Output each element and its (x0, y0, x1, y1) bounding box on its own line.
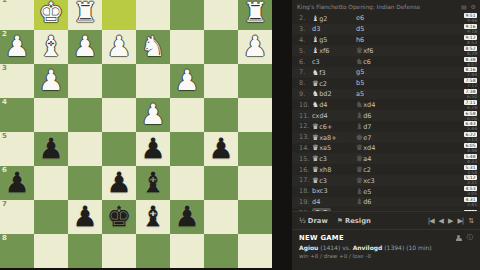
move-row: 14.♛xa5♛xd46:054:46 (292, 143, 480, 154)
move-number: 7. (292, 68, 312, 76)
black-pawn: ♟ (170, 200, 204, 234)
black-clock-time: 6:24 (464, 105, 477, 110)
move-number: 16. (292, 166, 312, 174)
black-queen-icon: ♛ (356, 46, 363, 55)
white-queen-icon: ♛ (312, 133, 319, 142)
rank-label-6: 6 (2, 167, 7, 174)
san-text: bd2 (319, 90, 331, 98)
square-h2[interactable]: 2♟ (0, 30, 34, 64)
chess-board[interactable]: 1♚♜♜2♟♝♟♟♞♟3♟♟4♟5♟♟♟6♟♟♝7♟♚♝♟8 (0, 0, 272, 268)
move-row: 2.♝g2e69:519:46 (292, 13, 480, 24)
san-text: c3 (319, 155, 327, 163)
game-controls: ½ Draw ⚑ Resign |◀◀▶▶|⇅ (292, 211, 480, 229)
black-move[interactable]: b5 (356, 79, 400, 87)
footer-icons: ⓘ (456, 234, 474, 241)
square-d5[interactable]: ♟ (136, 132, 170, 166)
white-knight-icon: ♞ (312, 89, 319, 98)
white-bishop-icon: ♝ (312, 46, 319, 55)
san-text: a4 (363, 155, 371, 163)
move-clock-times: 9:169:18 (464, 24, 480, 34)
white-move[interactable]: ♞bd2 (312, 89, 356, 98)
square-f7[interactable]: ♟ (68, 200, 102, 234)
black-move[interactable]: ♛xd4 (356, 143, 400, 152)
square-e3[interactable] (102, 64, 136, 98)
black-move[interactable]: g5 (356, 68, 400, 76)
opening-name: King's Fianchetto Opening: Indian Defens… (297, 4, 420, 10)
black-clock-time: 7:44 (464, 72, 477, 77)
rank-label-4: 4 (2, 99, 7, 106)
square-h1[interactable]: 1 (0, 0, 34, 30)
vs-label: vs. (342, 244, 351, 251)
move-clock-times: 5:123:31 (464, 175, 480, 185)
black-pawn: ♟ (136, 132, 170, 166)
white-bishop-icon: ♝ (312, 14, 319, 23)
move-number: 10. (292, 101, 312, 109)
info-icon[interactable]: ⓘ (467, 234, 474, 241)
square-g4[interactable] (34, 98, 68, 132)
matchup-line: Agiou (1414) vs. Anvilogd (1394) (10 min… (299, 244, 473, 251)
white-move[interactable]: d3 (312, 25, 356, 33)
move-row: 19.d4♝d64:312:41 (292, 197, 480, 208)
black-clock-time: 2:41 (464, 202, 477, 207)
white-player-name[interactable]: Agiou (299, 244, 318, 251)
square-a2[interactable]: ♟ (238, 30, 272, 64)
move-number: 19. (292, 198, 312, 206)
black-clock-time: 8:53 (464, 40, 477, 45)
black-knight-icon: ♞ (356, 100, 363, 109)
black-bishop-icon: ♝ (356, 187, 363, 196)
black-bishop-icon: ♝ (356, 111, 363, 120)
black-clock-time: 6:50 (464, 94, 477, 99)
square-h5[interactable]: 5 (0, 132, 34, 166)
white-move[interactable]: ♛c6+ (312, 122, 356, 131)
square-d4[interactable]: ♟ (136, 98, 170, 132)
square-e5[interactable] (102, 132, 136, 166)
san-text: d4 (319, 101, 327, 109)
black-move[interactable]: ♝d6 (356, 197, 400, 206)
move-clock-times: 7:587:12 (464, 78, 480, 88)
black-queen-icon: ♛ (356, 176, 363, 185)
san-text: f3 (319, 69, 325, 77)
move-navigation: |◀◀▶▶|⇅ (428, 217, 473, 225)
move-row: 6.c3♞c68:388:07 (292, 56, 480, 67)
rank-label-7: 7 (2, 201, 7, 208)
move-list[interactable]: 2.♝g2e69:519:463.d3d59:169:184.♝g5h69:12… (292, 12, 480, 211)
black-bishop: ♝ (136, 166, 170, 200)
san-text: xd4 (363, 144, 375, 152)
san-text: xa8+ (319, 134, 336, 142)
white-move[interactable]: ♞d4 (312, 100, 356, 109)
move-row: 4.♝g5h69:128:53 (292, 35, 480, 46)
move-number: 9. (292, 90, 312, 98)
white-king: ♚ (34, 0, 68, 30)
flip-board-icon[interactable]: ⇅ (468, 217, 473, 225)
square-b4[interactable] (204, 98, 238, 132)
san-text: d7 (363, 123, 371, 131)
black-move[interactable]: ♝e5 (356, 187, 400, 196)
half-point-icon: ½ (299, 217, 306, 225)
black-clock-time: 7:12 (464, 83, 477, 88)
move-number: 2. (292, 14, 312, 22)
move-number: 4. (292, 36, 312, 44)
white-queen-icon: ♛ (312, 165, 319, 174)
white-bishop: ♝ (34, 30, 68, 64)
rank-label-1: 1 (2, 0, 7, 4)
square-c3[interactable]: ♟ (170, 64, 204, 98)
move-row: 11.cxd4♝d66:586:06 (292, 110, 480, 121)
square-b2[interactable] (204, 30, 238, 64)
square-a3[interactable] (238, 64, 272, 98)
square-e2[interactable]: ♟ (102, 30, 136, 64)
san-text: d3 (312, 25, 320, 33)
move-clock-times: 6:586:06 (464, 111, 480, 121)
white-knight-icon: ♞ (312, 100, 319, 109)
rating-stakes: win +8 / draw +0 / lose -8 (299, 253, 473, 259)
move-clock-times: 5:313:58 (464, 165, 480, 175)
move-number: 17. (292, 176, 312, 184)
black-clock-time: 4:46 (464, 148, 477, 153)
black-clock-time: 9:18 (464, 29, 477, 34)
san-text: c6 (363, 58, 371, 66)
game-panel: King's Fianchetto Opening: Indian Defens… (292, 0, 480, 270)
square-g2[interactable]: ♝ (34, 30, 68, 64)
square-b3[interactable] (204, 64, 238, 98)
square-a6[interactable] (238, 166, 272, 200)
square-g5[interactable]: ♟ (34, 132, 68, 166)
move-number: 3. (292, 25, 312, 33)
san-text: g2 (319, 15, 327, 23)
move-row: 9.♞bd2a57:386:50 (292, 89, 480, 100)
square-f4[interactable] (68, 98, 102, 132)
move-row: 5.♝xf6♛xf68:528:29 (292, 45, 480, 56)
go-last-icon[interactable]: ▶| (457, 217, 463, 225)
white-move[interactable]: ♛c3 (312, 176, 356, 185)
san-text: bxc3 (312, 187, 328, 195)
white-pawn: ♟ (68, 30, 102, 64)
go-prev-icon[interactable]: ◀ (439, 217, 443, 225)
draw-button[interactable]: ½ Draw (299, 217, 328, 225)
black-move[interactable]: ♝d7 (356, 122, 400, 131)
go-next-icon[interactable]: ▶ (448, 217, 452, 225)
white-move[interactable]: ♞f3 (312, 68, 356, 77)
move-clock-times: 8:528:29 (464, 46, 480, 56)
black-queen-icon: ♛ (356, 143, 363, 152)
move-number: 11. (292, 112, 312, 120)
white-pawn: ♟ (34, 64, 68, 98)
rank-label-8: 8 (2, 235, 7, 242)
square-f8[interactable] (68, 234, 102, 268)
white-pawn: ♟ (102, 30, 136, 64)
black-move[interactable]: ♛a4 (356, 154, 400, 163)
san-text: h6 (356, 36, 364, 44)
rank-label-5: 5 (2, 133, 7, 140)
white-knight: ♞ (136, 30, 170, 64)
resign-button-label: Resign (345, 217, 371, 225)
white-move[interactable]: ♝g5 (312, 35, 356, 44)
black-king: ♚ (102, 200, 136, 234)
move-clock-times: 4:312:41 (464, 197, 480, 207)
square-e8[interactable] (102, 234, 136, 268)
san-text: a5 (356, 90, 364, 98)
black-move[interactable]: ♚e7 (356, 133, 400, 142)
square-c1[interactable] (170, 0, 204, 30)
move-number: 18. (292, 187, 312, 195)
move-clock-times: 7:386:50 (464, 89, 480, 99)
move-number: 5. (292, 47, 312, 55)
move-clock-times: 9:519:46 (464, 13, 480, 23)
square-a1[interactable]: ♜ (238, 0, 272, 30)
san-text: g5 (319, 36, 327, 44)
black-clock-time: 3:05 (464, 191, 477, 196)
black-move[interactable]: ♝d6 (356, 111, 400, 120)
square-c6[interactable] (170, 166, 204, 200)
black-knight-icon: ♞ (356, 57, 363, 66)
square-c2[interactable] (170, 30, 204, 64)
header-icons: ▤⚙ (461, 4, 476, 10)
square-h3[interactable]: 3 (0, 64, 34, 98)
new-game-panel: NEW GAME Agiou (1414) vs. Anvilogd (1394… (292, 229, 480, 270)
square-f5[interactable] (68, 132, 102, 166)
square-e1[interactable] (102, 0, 136, 30)
white-move[interactable]: ♛c3 (312, 154, 356, 163)
square-h6[interactable]: 6♟ (0, 166, 34, 200)
black-clock-time: 9:46 (464, 18, 477, 23)
san-text: xc3 (363, 177, 374, 185)
white-move[interactable]: bxc3 (312, 187, 356, 195)
square-d7[interactable]: ♝ (136, 200, 170, 234)
square-g1[interactable]: ♚ (34, 0, 68, 30)
san-text: e7 (363, 134, 371, 142)
move-clock-times: 4:533:05 (464, 186, 480, 196)
white-move[interactable]: c3 (312, 58, 356, 66)
move-clock-times: 6:225:13 (464, 132, 480, 142)
white-queen-icon: ♛ (312, 143, 319, 152)
white-move[interactable]: d4 (312, 198, 356, 206)
move-clock-times: 6:054:46 (464, 143, 480, 153)
white-move[interactable]: ♝g2 (312, 14, 356, 23)
draw-button-label: Draw (308, 217, 328, 225)
white-queen-icon: ♛ (312, 176, 319, 185)
white-pawn: ♟ (170, 64, 204, 98)
san-text: cxd4 (312, 112, 328, 120)
move-number: 15. (292, 155, 312, 163)
square-d1[interactable] (136, 0, 170, 30)
move-number: 13. (292, 133, 312, 141)
san-text: xa5 (319, 144, 331, 152)
square-g8[interactable] (34, 234, 68, 268)
san-text: d6 (363, 112, 371, 120)
move-clock-times: 7:116:24 (464, 100, 480, 110)
white-move[interactable]: cxd4 (312, 112, 356, 120)
square-c5[interactable] (170, 132, 204, 166)
san-text: c2 (363, 166, 371, 174)
san-text: xf6 (363, 47, 373, 55)
black-clock-time: 8:29 (464, 51, 477, 56)
black-pawn: ♟ (68, 200, 102, 234)
black-move[interactable]: h6 (356, 36, 400, 44)
white-move[interactable]: ♛xh8 (312, 165, 356, 174)
black-move[interactable]: ♞c6 (356, 57, 400, 66)
san-text: e5 (363, 188, 371, 196)
move-row: 13.♛xa8+♚e76:225:13 (292, 132, 480, 143)
white-pawn: ♟ (136, 98, 170, 132)
square-f3[interactable] (68, 64, 102, 98)
settings-gear-icon[interactable]: ⚙ (471, 4, 476, 10)
move-number: 6. (292, 58, 312, 66)
resign-flag-icon: ⚑ (337, 217, 343, 225)
black-clock-time: 4:22 (464, 159, 477, 164)
square-g7[interactable] (34, 200, 68, 234)
layout-icon[interactable]: ▤ (461, 4, 467, 10)
resign-button[interactable]: ⚑ Resign (337, 217, 371, 225)
square-a8[interactable] (238, 234, 272, 268)
white-move[interactable]: ♛c2 (312, 79, 356, 88)
square-b1[interactable] (204, 0, 238, 30)
go-first-icon[interactable]: |◀ (428, 217, 434, 225)
square-d2[interactable]: ♞ (136, 30, 170, 64)
move-row: 12.♛c6+♝d76:435:44 (292, 121, 480, 132)
new-game-title: NEW GAME (299, 234, 473, 242)
black-player-rating: (1394) (384, 244, 404, 251)
move-row: 3.d3d59:169:18 (292, 24, 480, 35)
square-d3[interactable] (136, 64, 170, 98)
square-f6[interactable] (68, 166, 102, 200)
challenge-player-icon[interactable] (456, 235, 462, 241)
square-e4[interactable] (102, 98, 136, 132)
white-queen-icon: ♛ (312, 122, 319, 131)
square-a4[interactable] (238, 98, 272, 132)
black-clock-time: 5:13 (464, 137, 477, 142)
move-number: 12. (292, 122, 312, 130)
black-clock-time: 3:58 (464, 170, 477, 175)
white-queen-icon: ♛ (312, 154, 319, 163)
move-clock-times: 6:435:44 (464, 121, 480, 131)
white-clock-chip: 8:38 (464, 57, 477, 62)
black-move[interactable]: d5 (356, 25, 400, 33)
san-text: d4 (312, 198, 320, 206)
square-a5[interactable] (238, 132, 272, 166)
white-knight-icon: ♞ (312, 68, 319, 77)
move-clock-times: 8:167:44 (464, 67, 480, 77)
square-c8[interactable] (170, 234, 204, 268)
black-pawn: ♟ (204, 132, 238, 166)
square-h4[interactable]: 4 (0, 98, 34, 132)
rank-label-3: 3 (2, 65, 7, 72)
square-e6[interactable]: ♟ (102, 166, 136, 200)
black-move[interactable]: a5 (356, 90, 400, 98)
white-rook: ♜ (68, 0, 102, 30)
san-text: c2 (319, 80, 327, 88)
square-g6[interactable] (34, 166, 68, 200)
square-f1[interactable]: ♜ (68, 0, 102, 30)
move-row: 16.♛xh8♛c25:313:58 (292, 164, 480, 175)
white-rook: ♜ (238, 0, 272, 30)
black-player-name[interactable]: Anvilogd (353, 244, 383, 251)
move-clock-times: 5:484:22 (464, 154, 480, 164)
san-text: c3 (312, 58, 320, 66)
move-row: 10.♞d4♞xd47:116:24 (292, 99, 480, 110)
white-player-rating: (1414) (320, 244, 340, 251)
square-h8[interactable]: 8 (0, 234, 34, 268)
black-clock-time: 8:07 (464, 62, 477, 67)
black-clock-time: 6:06 (464, 116, 477, 121)
square-h7[interactable]: 7 (0, 200, 34, 234)
square-c7[interactable]: ♟ (170, 200, 204, 234)
square-g3[interactable]: ♟ (34, 64, 68, 98)
square-b8[interactable] (204, 234, 238, 268)
move-clock-times: 9:128:53 (464, 35, 480, 45)
white-move[interactable]: ♛xa8+ (312, 133, 356, 142)
san-text: d5 (356, 25, 364, 33)
san-text: xf6 (319, 47, 329, 55)
square-a7[interactable] (238, 200, 272, 234)
white-bishop-icon: ♝ (312, 35, 319, 44)
time-control-label: (10 min) (406, 244, 432, 251)
san-text: b5 (356, 79, 364, 87)
square-f2[interactable]: ♟ (68, 30, 102, 64)
square-d6[interactable]: ♝ (136, 166, 170, 200)
black-move[interactable]: ♛c2 (356, 165, 400, 174)
san-text: xd4 (363, 101, 375, 109)
black-move[interactable]: ♛xc3 (356, 176, 400, 185)
move-list-header: King's Fianchetto Opening: Indian Defens… (292, 0, 480, 12)
san-text: c3 (319, 177, 327, 185)
san-text: c6+ (319, 123, 332, 131)
rank-label-2: 2 (2, 31, 7, 38)
black-bishop: ♝ (136, 200, 170, 234)
white-clock-chip: 5:31 (464, 165, 477, 170)
san-text: xh8 (319, 166, 331, 174)
black-pawn: ♟ (102, 166, 136, 200)
black-move[interactable]: e6 (356, 14, 400, 22)
move-row: 18.bxc3♝e54:533:05 (292, 186, 480, 197)
square-d8[interactable] (136, 234, 170, 268)
white-move[interactable]: ♛xa5 (312, 143, 356, 152)
black-queen-icon: ♛ (356, 165, 363, 174)
san-text: e6 (356, 14, 364, 22)
move-number: 14. (292, 144, 312, 152)
white-clock-chip: 6:58 (464, 111, 477, 116)
san-text: g5 (356, 68, 364, 76)
black-pawn: ♟ (34, 132, 68, 166)
move-row: 7.♞f3g58:167:44 (292, 67, 480, 78)
square-c4[interactable] (170, 98, 204, 132)
square-b5[interactable]: ♟ (204, 132, 238, 166)
move-row: 8.♛c2b57:587:12 (292, 78, 480, 89)
square-b6[interactable] (204, 166, 238, 200)
white-move[interactable]: ♝xf6 (312, 46, 356, 55)
square-b7[interactable] (204, 200, 238, 234)
move-number: 8. (292, 79, 312, 87)
move-clock-times: 8:388:07 (464, 57, 480, 67)
black-move[interactable]: ♛xf6 (356, 46, 400, 55)
black-clock-time: 3:31 (464, 180, 477, 185)
move-row: 17.♛c3♛xc35:123:31 (292, 175, 480, 186)
black-clock-time: 5:44 (464, 126, 477, 131)
square-e7[interactable]: ♚ (102, 200, 136, 234)
black-king-icon: ♚ (356, 133, 363, 142)
san-text: d6 (363, 198, 371, 206)
black-bishop-icon: ♝ (356, 197, 363, 206)
white-pawn: ♟ (238, 30, 272, 64)
move-row: 15.♛c3♛a45:484:22 (292, 153, 480, 164)
black-bishop-icon: ♝ (356, 122, 363, 131)
white-queen-icon: ♛ (312, 79, 319, 88)
black-queen-icon: ♛ (356, 154, 363, 163)
black-move[interactable]: ♞xd4 (356, 100, 400, 109)
